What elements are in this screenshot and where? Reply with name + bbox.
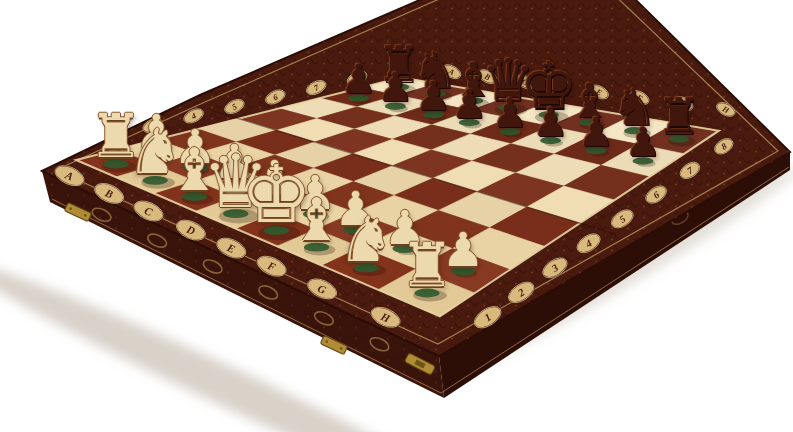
felt-base [223,209,248,218]
felt-base [303,210,328,219]
felt-base [304,243,329,252]
felt-base [423,111,444,118]
felt-base [343,225,368,234]
felt-base [264,226,289,235]
felt-base [463,97,483,104]
felt-base [103,160,128,169]
felt-base [348,94,369,101]
felt-base [393,244,418,253]
felt-base [182,192,207,201]
felt-base [144,149,169,158]
felt-base [669,135,689,142]
felt-base [183,164,208,173]
felt-base [459,119,480,126]
felt-base [389,83,409,90]
felt-base [539,111,559,118]
felt-base [498,104,518,111]
felt-base [633,157,654,164]
felt-base [143,176,168,185]
felt-base [499,128,520,135]
chess-set-photo: chess rnbqkbnr/pppppppp/8/8/8/8/PPPPPPPP… [0,0,793,432]
chess-board: ABCDEFGH12345678345678ABCDEFGH [0,0,793,432]
felt-base [222,179,247,188]
felt-base [579,119,599,126]
felt-base [262,194,287,203]
felt-base [540,137,561,144]
felt-base [586,147,607,154]
felt-base [624,127,644,134]
felt-base [451,267,476,276]
felt-base [354,263,379,272]
felt-base [425,90,445,97]
felt-base [385,103,406,110]
felt-base [414,289,439,298]
